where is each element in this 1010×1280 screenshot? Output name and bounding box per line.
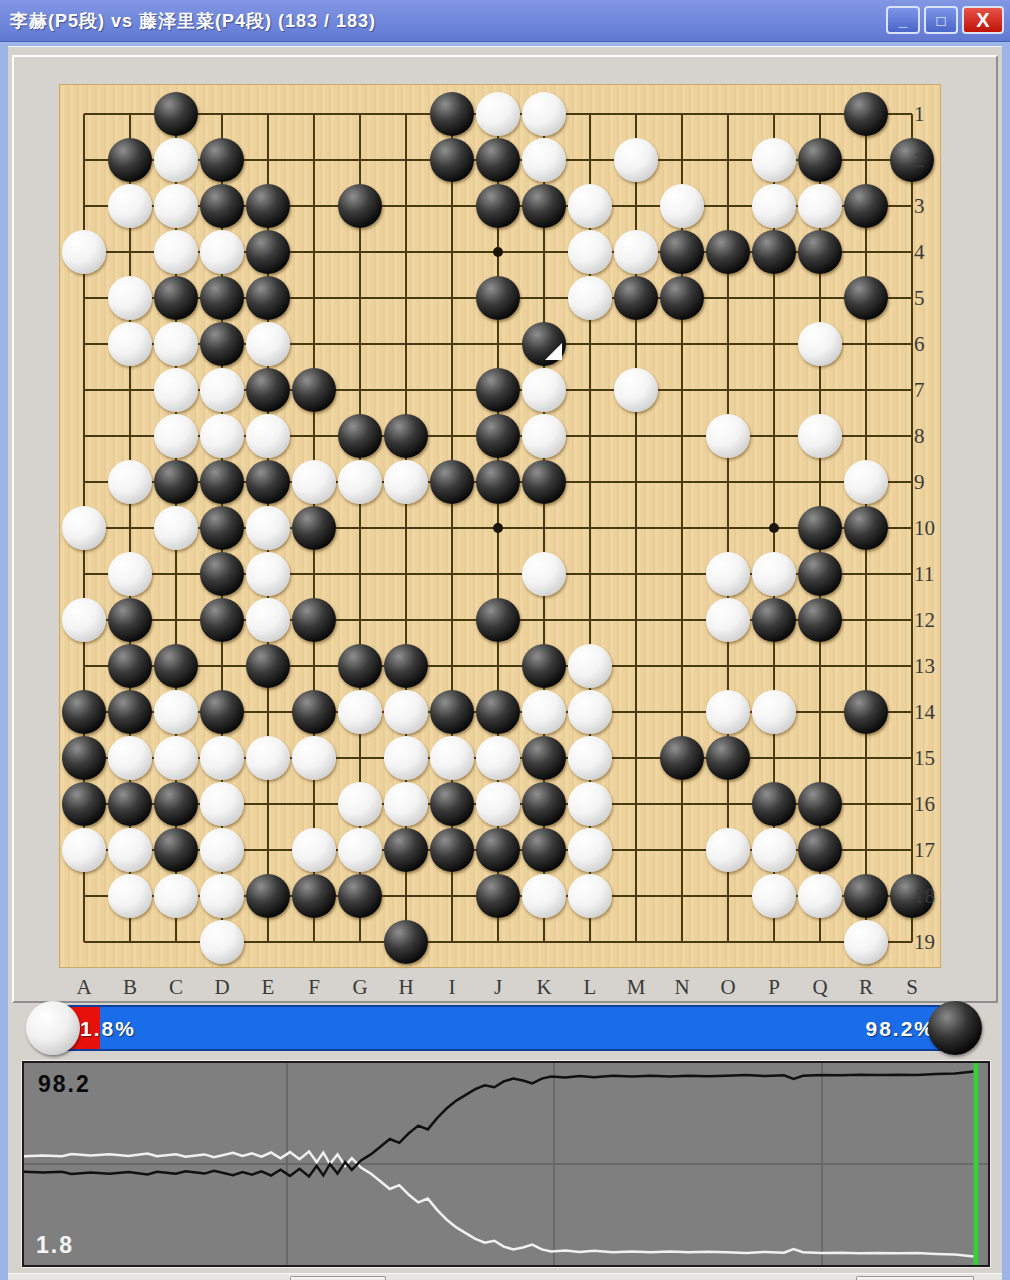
black-stone-F12 (292, 598, 336, 642)
black-stone-Q12 (798, 598, 842, 642)
black-player-stone-icon (928, 1001, 982, 1055)
row-label-18: 18 (914, 884, 954, 908)
black-stone-K13 (522, 644, 566, 688)
black-stone-I16 (430, 782, 474, 826)
white-stone-C10 (154, 506, 198, 550)
black-stone-E3 (246, 184, 290, 228)
white-stone-D19 (200, 920, 244, 964)
row-label-13: 13 (914, 654, 954, 678)
white-stone-H15 (384, 736, 428, 780)
black-stone-J5 (476, 276, 520, 320)
black-stone-F14 (292, 690, 336, 734)
col-label-J: J (483, 975, 513, 1000)
row-label-10: 10 (914, 516, 954, 540)
black-stone-D3 (200, 184, 244, 228)
black-stone-Q11 (798, 552, 842, 596)
black-stone-E5 (246, 276, 290, 320)
black-stone-F7 (292, 368, 336, 412)
black-stone-D9 (200, 460, 244, 504)
black-stone-J14 (476, 690, 520, 734)
black-stone-D11 (200, 552, 244, 596)
white-stone-G9 (338, 460, 382, 504)
white-stone-L17 (568, 828, 612, 872)
black-stone-C13 (154, 644, 198, 688)
col-label-I: I (437, 975, 467, 1000)
white-stone-M7 (614, 368, 658, 412)
black-stone-B2 (108, 138, 152, 182)
white-stone-A17 (62, 828, 106, 872)
close-button[interactable]: X (962, 6, 1004, 34)
black-stone-D5 (200, 276, 244, 320)
black-stone-I1 (430, 92, 474, 136)
black-stone-I9 (430, 460, 474, 504)
white-stone-Q18 (798, 874, 842, 918)
white-stone-O14 (706, 690, 750, 734)
white-stone-K1 (522, 92, 566, 136)
col-label-Q: Q (805, 975, 835, 1000)
white-stone-B5 (108, 276, 152, 320)
white-stone-D18 (200, 874, 244, 918)
white-stone-G16 (338, 782, 382, 826)
black-stone-O4 (706, 230, 750, 274)
black-stone-K9 (522, 460, 566, 504)
black-stone-F10 (292, 506, 336, 550)
white-stone-J16 (476, 782, 520, 826)
black-stone-J9 (476, 460, 520, 504)
white-stone-F17 (292, 828, 336, 872)
white-stone-D16 (200, 782, 244, 826)
black-stone-Q2 (798, 138, 842, 182)
white-stone-J15 (476, 736, 520, 780)
black-stone-N15 (660, 736, 704, 780)
row-label-15: 15 (914, 746, 954, 770)
col-label-S: S (897, 975, 927, 1000)
winrate-track: 1.8% 98.2% (56, 1005, 951, 1051)
black-stone-J7 (476, 368, 520, 412)
white-stone-D8 (200, 414, 244, 458)
black-stone-K6 (522, 322, 566, 366)
white-stone-H14 (384, 690, 428, 734)
white-stone-K2 (522, 138, 566, 182)
winrate-graph-plot (24, 1063, 988, 1265)
white-stone-L4 (568, 230, 612, 274)
row-label-7: 7 (914, 378, 954, 402)
white-stone-O12 (706, 598, 750, 642)
row-label-1: 1 (914, 102, 954, 126)
black-stone-Q16 (798, 782, 842, 826)
white-stone-P17 (752, 828, 796, 872)
black-stone-D14 (200, 690, 244, 734)
white-stone-L3 (568, 184, 612, 228)
white-stone-C4 (154, 230, 198, 274)
black-stone-E9 (246, 460, 290, 504)
white-stone-E10 (246, 506, 290, 550)
maximize-button[interactable]: □ (924, 6, 958, 34)
black-stone-I17 (430, 828, 474, 872)
col-label-O: O (713, 975, 743, 1000)
winrate-bar: 1.8% 98.2% (8, 1001, 994, 1057)
toolbar-stub-panel[interactable] (856, 1276, 974, 1280)
white-stone-A12 (62, 598, 106, 642)
row-label-5: 5 (914, 286, 954, 310)
white-stone-D17 (200, 828, 244, 872)
col-label-F: F (299, 975, 329, 1000)
black-stone-B12 (108, 598, 152, 642)
black-stone-H19 (384, 920, 428, 964)
row-label-19: 19 (914, 930, 954, 954)
row-label-16: 16 (914, 792, 954, 816)
white-stone-B15 (108, 736, 152, 780)
white-stone-C8 (154, 414, 198, 458)
black-stone-N5 (660, 276, 704, 320)
white-stone-F15 (292, 736, 336, 780)
black-stone-P12 (752, 598, 796, 642)
row-label-11: 11 (914, 562, 954, 586)
col-label-R: R (851, 975, 881, 1000)
graph-min-label: 1.8 (36, 1232, 74, 1259)
last-move-marker (545, 343, 562, 360)
black-stone-K15 (522, 736, 566, 780)
white-stone-L13 (568, 644, 612, 688)
window-content: ABCDEFGHIJKLMNOPQRS 12345678910111213141… (8, 46, 1002, 1280)
white-stone-I15 (430, 736, 474, 780)
black-stone-C1 (154, 92, 198, 136)
black-stone-M5 (614, 276, 658, 320)
white-stone-K7 (522, 368, 566, 412)
stones-layer (59, 84, 941, 968)
app-window: 李赫(P5段) vs 藤泽里菜(P4段) (183 / 183) _ □ X A… (0, 0, 1010, 1280)
black-stone-A16 (62, 782, 106, 826)
black-stone-J17 (476, 828, 520, 872)
black-stone-G13 (338, 644, 382, 688)
white-stone-P14 (752, 690, 796, 734)
black-stone-P4 (752, 230, 796, 274)
window-title: 李赫(P5段) vs 藤泽里菜(P4段) (183 / 183) (0, 9, 376, 33)
white-stone-E12 (246, 598, 290, 642)
black-stone-D2 (200, 138, 244, 182)
black-stone-B14 (108, 690, 152, 734)
white-stone-L14 (568, 690, 612, 734)
row-label-3: 3 (914, 194, 954, 218)
white-stone-D4 (200, 230, 244, 274)
white-stone-C6 (154, 322, 198, 366)
white-stone-H9 (384, 460, 428, 504)
black-stone-R1 (844, 92, 888, 136)
black-stone-R3 (844, 184, 888, 228)
white-stone-M4 (614, 230, 658, 274)
white-stone-L5 (568, 276, 612, 320)
black-stone-E4 (246, 230, 290, 274)
black-stone-K17 (522, 828, 566, 872)
white-stone-O17 (706, 828, 750, 872)
black-stone-Q17 (798, 828, 842, 872)
white-stone-K11 (522, 552, 566, 596)
white-stone-P3 (752, 184, 796, 228)
white-stone-R9 (844, 460, 888, 504)
white-stone-G17 (338, 828, 382, 872)
white-stone-E8 (246, 414, 290, 458)
white-stone-C7 (154, 368, 198, 412)
black-stone-K3 (522, 184, 566, 228)
black-stone-D10 (200, 506, 244, 550)
black-stone-O15 (706, 736, 750, 780)
title-bar[interactable]: 李赫(P5段) vs 藤泽里菜(P4段) (183 / 183) _ □ X (0, 0, 1010, 42)
white-stone-D15 (200, 736, 244, 780)
white-stone-R19 (844, 920, 888, 964)
row-label-2: 2 (914, 148, 954, 172)
white-stone-C2 (154, 138, 198, 182)
black-stone-C17 (154, 828, 198, 872)
row-label-6: 6 (914, 332, 954, 356)
col-label-C: C (161, 975, 191, 1000)
black-stone-G18 (338, 874, 382, 918)
white-stone-P18 (752, 874, 796, 918)
col-label-A: A (69, 975, 99, 1000)
black-stone-H8 (384, 414, 428, 458)
black-stone-K16 (522, 782, 566, 826)
winrate-graph[interactable]: 98.2 1.8 (22, 1061, 990, 1267)
col-label-L: L (575, 975, 605, 1000)
col-label-B: B (115, 975, 145, 1000)
black-stone-F18 (292, 874, 336, 918)
white-stone-C15 (154, 736, 198, 780)
white-stone-K18 (522, 874, 566, 918)
white-stone-Q6 (798, 322, 842, 366)
black-stone-D12 (200, 598, 244, 642)
col-label-H: H (391, 975, 421, 1000)
black-stone-B13 (108, 644, 152, 688)
black-stone-Q10 (798, 506, 842, 550)
white-stone-N3 (660, 184, 704, 228)
white-stone-E6 (246, 322, 290, 366)
white-stone-C3 (154, 184, 198, 228)
black-stone-J12 (476, 598, 520, 642)
white-stone-L15 (568, 736, 612, 780)
white-stone-Q3 (798, 184, 842, 228)
row-label-8: 8 (914, 424, 954, 448)
black-stone-J3 (476, 184, 520, 228)
black-stone-H17 (384, 828, 428, 872)
goban-panel: ABCDEFGHIJKLMNOPQRS 12345678910111213141… (12, 55, 998, 1003)
black-stone-E7 (246, 368, 290, 412)
black-stone-I2 (430, 138, 474, 182)
black-stone-C5 (154, 276, 198, 320)
row-label-17: 17 (914, 838, 954, 862)
white-stone-L16 (568, 782, 612, 826)
white-stone-O8 (706, 414, 750, 458)
black-stone-Q4 (798, 230, 842, 274)
white-stone-D7 (200, 368, 244, 412)
white-stone-H16 (384, 782, 428, 826)
white-stone-K14 (522, 690, 566, 734)
white-stone-E15 (246, 736, 290, 780)
col-label-P: P (759, 975, 789, 1000)
white-stone-B11 (108, 552, 152, 596)
col-label-N: N (667, 975, 697, 1000)
black-stone-P16 (752, 782, 796, 826)
graph-max-label: 98.2 (38, 1071, 91, 1098)
white-stone-P2 (752, 138, 796, 182)
black-stone-R18 (844, 874, 888, 918)
black-stone-B16 (108, 782, 152, 826)
white-stone-A10 (62, 506, 106, 550)
black-stone-J2 (476, 138, 520, 182)
row-label-9: 9 (914, 470, 954, 494)
row-label-4: 4 (914, 240, 954, 264)
white-stone-B17 (108, 828, 152, 872)
black-stone-J18 (476, 874, 520, 918)
black-stone-C9 (154, 460, 198, 504)
black-stone-E18 (246, 874, 290, 918)
col-label-G: G (345, 975, 375, 1000)
black-stone-I14 (430, 690, 474, 734)
black-stone-G3 (338, 184, 382, 228)
toolbar-stub-button[interactable] (290, 1276, 386, 1280)
black-stone-R10 (844, 506, 888, 550)
white-stone-L18 (568, 874, 612, 918)
col-label-E: E (253, 975, 283, 1000)
go-board[interactable] (59, 84, 941, 968)
white-stone-C14 (154, 690, 198, 734)
row-label-14: 14 (914, 700, 954, 724)
white-winrate-label: 1.8% (80, 1017, 136, 1041)
white-stone-O11 (706, 552, 750, 596)
col-label-D: D (207, 975, 237, 1000)
black-stone-G8 (338, 414, 382, 458)
black-winrate-label: 98.2% (865, 1017, 935, 1041)
row-label-12: 12 (914, 608, 954, 632)
black-stone-R14 (844, 690, 888, 734)
black-stone-N4 (660, 230, 704, 274)
white-stone-B18 (108, 874, 152, 918)
white-stone-F9 (292, 460, 336, 504)
col-label-M: M (621, 975, 651, 1000)
white-stone-C18 (154, 874, 198, 918)
white-stone-B6 (108, 322, 152, 366)
white-stone-B3 (108, 184, 152, 228)
white-stone-Q8 (798, 414, 842, 458)
black-stone-A15 (62, 736, 106, 780)
white-stone-G14 (338, 690, 382, 734)
black-stone-H13 (384, 644, 428, 688)
white-stone-A4 (62, 230, 106, 274)
minimize-button[interactable]: _ (886, 6, 920, 34)
black-stone-A14 (62, 690, 106, 734)
bottom-toolbar-partial (8, 1273, 1002, 1280)
black-stone-D6 (200, 322, 244, 366)
white-stone-K8 (522, 414, 566, 458)
white-stone-J1 (476, 92, 520, 136)
black-stone-E13 (246, 644, 290, 688)
col-label-K: K (529, 975, 559, 1000)
white-player-stone-icon (26, 1001, 80, 1055)
white-stone-P11 (752, 552, 796, 596)
black-stone-C16 (154, 782, 198, 826)
white-stone-B9 (108, 460, 152, 504)
black-stone-J8 (476, 414, 520, 458)
window-controls: _ □ X (886, 6, 1004, 34)
white-stone-E11 (246, 552, 290, 596)
white-stone-M2 (614, 138, 658, 182)
black-stone-R5 (844, 276, 888, 320)
